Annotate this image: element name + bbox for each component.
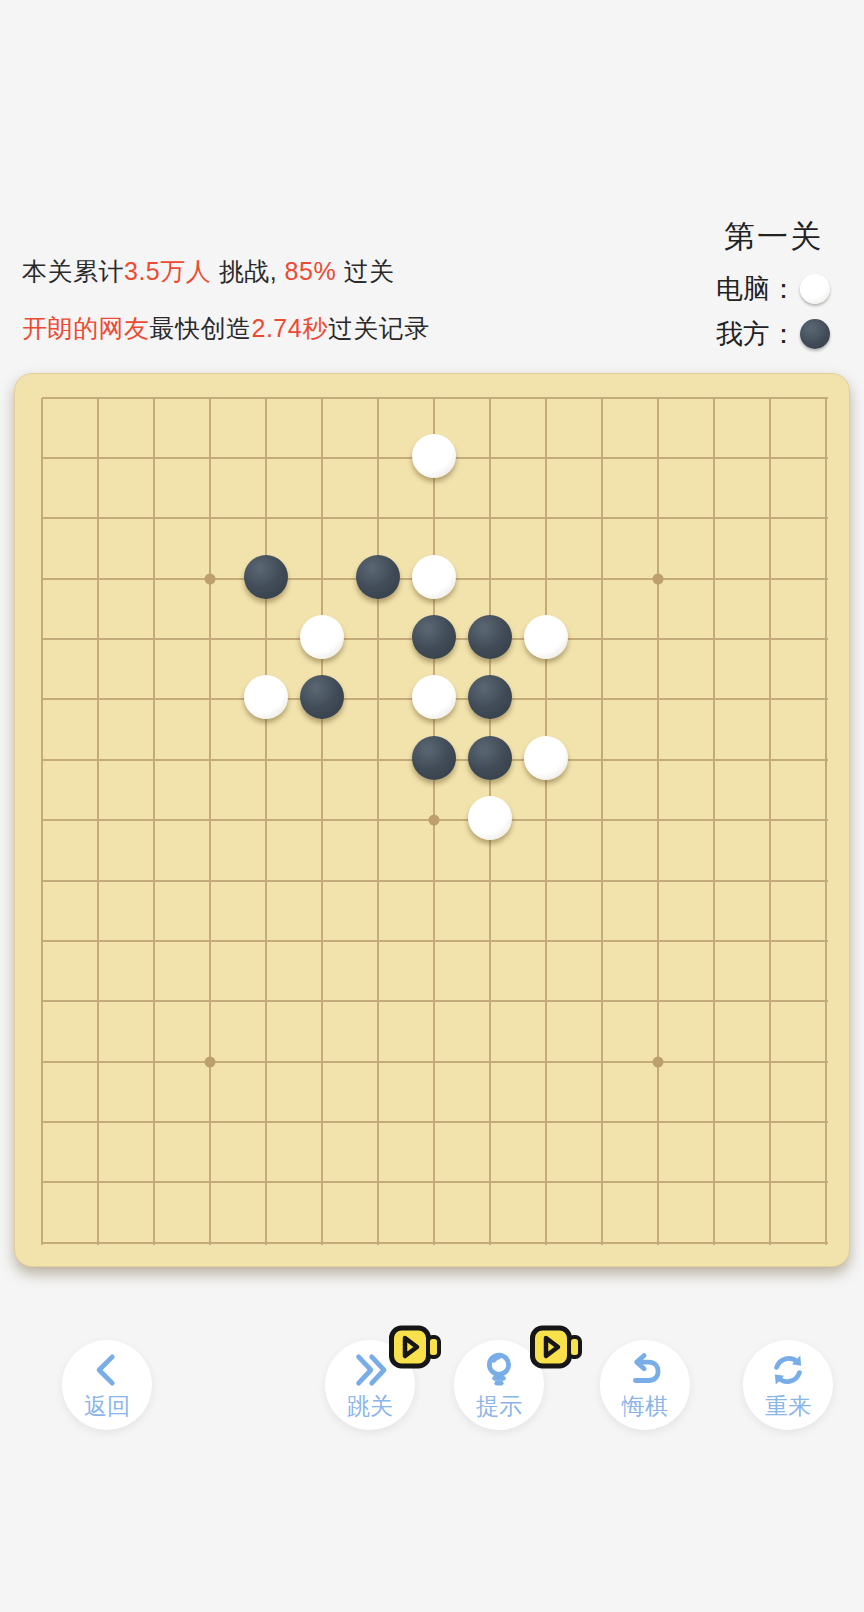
- back-button-label: 返回: [84, 1391, 130, 1422]
- undo-button-label: 悔棋: [622, 1391, 668, 1422]
- player-row: 我方：: [716, 316, 830, 352]
- star-point: [652, 1056, 663, 1067]
- white-stone: [412, 555, 456, 599]
- video-camera-icon: [529, 1325, 583, 1369]
- stats1-suffix: 过关: [336, 257, 394, 285]
- grid-line: [42, 1121, 828, 1123]
- dark-stone: [468, 675, 512, 719]
- skip-video-ad-badge[interactable]: [388, 1325, 442, 1369]
- grid-line: [42, 517, 828, 519]
- double-chevron-right-icon: [349, 1349, 391, 1391]
- grid-line: [42, 1061, 828, 1063]
- star-point: [204, 1056, 215, 1067]
- dark-stone: [468, 615, 512, 659]
- stats2-record-holder: 开朗的网友: [22, 314, 150, 342]
- stats1-prefix: 本关累计: [22, 257, 124, 285]
- hint-button-label: 提示: [476, 1391, 522, 1422]
- grid-line: [769, 398, 771, 1245]
- back-chevron-icon: [86, 1349, 128, 1391]
- player-stone-icon: [800, 319, 830, 349]
- stats2-suffix: 过关记录: [328, 314, 430, 342]
- dark-stone: [356, 555, 400, 599]
- stats1-pass-rate: 85%: [285, 257, 337, 285]
- dark-stone: [412, 736, 456, 780]
- stats-line-2: 开朗的网友最快创造2.74秒过关记录: [22, 312, 430, 345]
- hint-video-ad-badge[interactable]: [529, 1325, 583, 1369]
- grid-line: [657, 398, 659, 1245]
- white-stone: [412, 434, 456, 478]
- dark-stone: [300, 675, 344, 719]
- star-point: [204, 573, 215, 584]
- level-title: 第一关: [724, 216, 823, 258]
- gomoku-board[interactable]: [14, 373, 850, 1267]
- grid-line: [42, 1000, 828, 1002]
- computer-stone-icon: [800, 274, 830, 304]
- skip-level-button-label: 跳关: [347, 1391, 393, 1422]
- grid-line: [42, 1181, 828, 1183]
- white-stone: [412, 675, 456, 719]
- white-stone: [244, 675, 288, 719]
- star-point: [652, 573, 663, 584]
- grid-line: [42, 940, 828, 942]
- dark-stone: [244, 555, 288, 599]
- refresh-icon: [767, 1349, 809, 1391]
- stats1-mid: 挑战,: [211, 257, 284, 285]
- white-stone: [524, 615, 568, 659]
- restart-button-label: 重来: [765, 1391, 811, 1422]
- players-legend: 电脑： 我方：: [716, 271, 830, 352]
- star-point: [428, 815, 439, 826]
- restart-button[interactable]: 重来: [743, 1340, 833, 1430]
- lightbulb-icon: [478, 1349, 520, 1391]
- stats1-challengers: 3.5万人: [124, 257, 211, 285]
- stats2-mid: 最快创造: [150, 314, 252, 342]
- grid-line: [545, 398, 547, 1245]
- white-stone: [300, 615, 344, 659]
- video-camera-icon: [388, 1325, 442, 1369]
- dark-stone: [468, 736, 512, 780]
- dark-stone: [412, 615, 456, 659]
- back-button[interactable]: 返回: [62, 1340, 152, 1430]
- stats-line-1: 本关累计3.5万人 挑战, 85% 过关: [22, 255, 395, 288]
- computer-row: 电脑：: [716, 271, 830, 307]
- grid-line: [713, 398, 715, 1245]
- player-label: 我方：: [716, 316, 797, 352]
- grid-line: [601, 398, 603, 1245]
- white-stone: [468, 796, 512, 840]
- gomoku-level-screen: 第一关 电脑： 我方： 本关累计3.5万人 挑战, 85% 过关 开朗的网友最快…: [0, 0, 864, 1612]
- grid-line: [42, 1242, 828, 1244]
- computer-label: 电脑：: [716, 271, 797, 307]
- grid-line: [42, 880, 828, 882]
- stats2-record-time: 2.74秒: [252, 314, 328, 342]
- undo-arrow-icon: [624, 1349, 666, 1391]
- grid-line: [825, 398, 827, 1245]
- white-stone: [524, 736, 568, 780]
- undo-button[interactable]: 悔棋: [600, 1340, 690, 1430]
- grid-line: [42, 397, 828, 399]
